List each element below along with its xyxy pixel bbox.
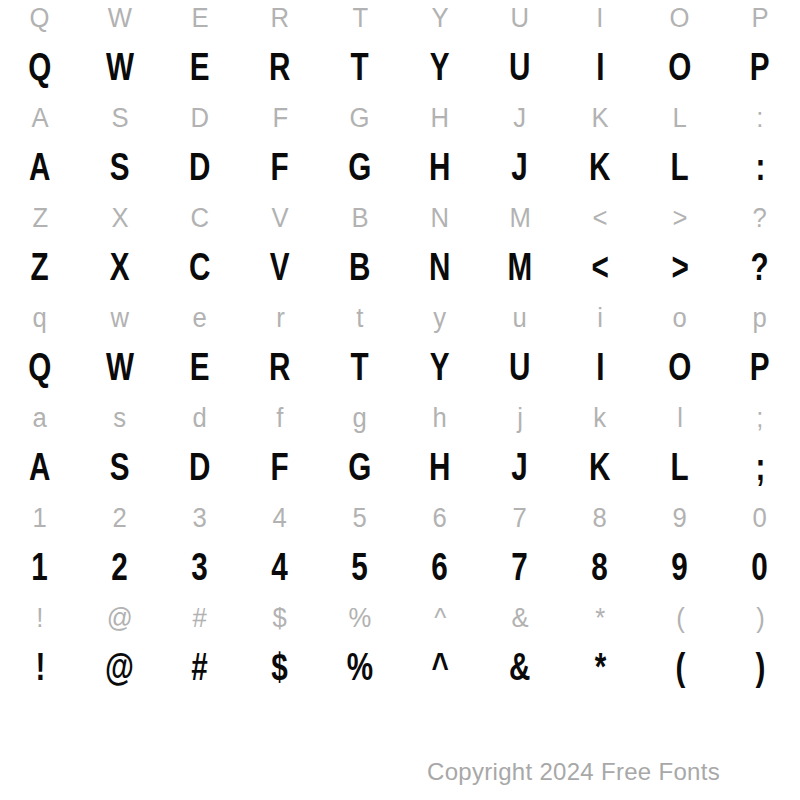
- glyph-cell: 0: [753, 503, 767, 534]
- glyph-row-13-reference: !@#$%^&*(): [0, 600, 800, 636]
- glyph-cell: P: [750, 46, 770, 89]
- glyph-cell: E: [190, 46, 210, 89]
- glyph-cell: ?: [751, 246, 769, 289]
- glyph-cell: M: [509, 203, 530, 234]
- glyph-cell: q: [33, 303, 47, 334]
- glyph-cell: ): [756, 603, 765, 634]
- glyph-cell: R: [269, 46, 290, 89]
- glyph-cell: *: [595, 603, 605, 634]
- glyph-cell: Z: [32, 203, 48, 234]
- glyph-cell: 6: [432, 546, 448, 589]
- glyph-cell: u: [513, 303, 527, 334]
- glyph-cell: h: [433, 403, 447, 434]
- glyph-cell: G: [348, 146, 371, 189]
- glyph-cell: W: [108, 3, 132, 34]
- glyph-cell: U: [511, 3, 530, 34]
- glyph-cell: 5: [353, 503, 367, 534]
- glyph-cell: >: [671, 246, 688, 289]
- glyph-cell: p: [753, 303, 767, 334]
- glyph-row-3-reference: ASDFGHJKL:: [0, 100, 800, 136]
- glyph-cell: $: [273, 603, 287, 634]
- glyph-cell: E: [191, 3, 208, 34]
- glyph-cell: e: [193, 303, 207, 334]
- glyph-cell: H: [429, 146, 450, 189]
- glyph-cell: S: [110, 446, 130, 489]
- glyph-cell: 1: [32, 546, 48, 589]
- glyph-cell: 4: [273, 503, 287, 534]
- glyph-cell: g: [353, 403, 367, 434]
- glyph-cell: t: [356, 303, 363, 334]
- glyph-cell: (: [675, 646, 685, 689]
- glyph-cell: J: [514, 103, 527, 134]
- glyph-cell: M: [508, 246, 533, 289]
- glyph-cell: s: [114, 403, 127, 434]
- glyph-cell: L: [671, 146, 689, 189]
- glyph-cell: Z: [31, 246, 49, 289]
- glyph-cell: S: [111, 103, 128, 134]
- glyph-cell: Q: [30, 3, 50, 34]
- glyph-cell: V: [271, 203, 288, 234]
- glyph-cell: B: [349, 246, 370, 289]
- glyph-cell: !: [36, 603, 43, 634]
- glyph-row-2-specimen: QWERTYUIOP: [0, 46, 800, 86]
- glyph-cell: w: [111, 303, 130, 334]
- glyph-cell: Y: [430, 46, 450, 89]
- glyph-cell: F: [272, 103, 288, 134]
- glyph-cell: N: [429, 246, 450, 289]
- glyph-row-6-specimen: ZXCVBNM<>?: [0, 246, 800, 286]
- glyph-cell: T: [351, 46, 369, 89]
- glyph-cell: 9: [672, 546, 688, 589]
- glyph-cell: D: [189, 446, 210, 489]
- glyph-cell: 3: [192, 546, 208, 589]
- glyph-cell: j: [517, 403, 523, 434]
- glyph-cell: O: [668, 346, 691, 389]
- glyph-row-8-specimen: QWERTYUIOP: [0, 346, 800, 386]
- glyph-row-10-specimen: ASDFGHJKL;: [0, 446, 800, 486]
- glyph-cell: G: [350, 103, 370, 134]
- glyph-cell: <: [591, 246, 608, 289]
- glyph-cell: F: [271, 146, 289, 189]
- glyph-row-14-specimen: !@#$%^&*(): [0, 646, 800, 686]
- glyph-cell: K: [589, 146, 610, 189]
- glyph-cell: D: [191, 103, 210, 134]
- glyph-cell: 2: [112, 546, 128, 589]
- glyph-cell: N: [431, 203, 450, 234]
- glyph-cell: R: [271, 3, 290, 34]
- glyph-cell: I: [596, 3, 603, 34]
- glyph-cell: #: [193, 603, 207, 634]
- glyph-cell: C: [191, 203, 210, 234]
- glyph-cell: S: [110, 146, 130, 189]
- glyph-cell: i: [597, 303, 603, 334]
- glyph-cell: 2: [113, 503, 127, 534]
- glyph-cell: 8: [592, 546, 608, 589]
- glyph-cell: @: [106, 646, 135, 689]
- glyph-cell: (: [676, 603, 685, 634]
- glyph-cell: %: [349, 603, 372, 634]
- glyph-cell: 7: [512, 546, 528, 589]
- glyph-cell: f: [276, 403, 283, 434]
- glyph-cell: %: [347, 646, 373, 689]
- glyph-cell: T: [351, 346, 369, 389]
- glyph-cell: Q: [28, 346, 51, 389]
- glyph-cell: K: [589, 446, 610, 489]
- glyph-cell: #: [192, 646, 208, 689]
- glyph-cell: r: [276, 303, 285, 334]
- copyright-text: Copyright 2024 Free Fonts: [427, 757, 720, 787]
- glyph-cell: A: [29, 146, 50, 189]
- glyph-cell: o: [673, 303, 687, 334]
- glyph-cell: L: [673, 103, 687, 134]
- glyph-row-5-reference: ZXCVBNM<>?: [0, 200, 800, 236]
- glyph-cell: I: [596, 46, 604, 89]
- glyph-cell: &: [509, 646, 530, 689]
- glyph-cell: >: [673, 203, 688, 234]
- glyph-cell: 7: [513, 503, 527, 534]
- glyph-cell: H: [431, 103, 450, 134]
- glyph-cell: J: [512, 146, 528, 189]
- glyph-cell: H: [429, 446, 450, 489]
- glyph-cell: Y: [431, 3, 448, 34]
- glyph-row-12-specimen: 1234567890: [0, 546, 800, 586]
- glyph-cell: R: [269, 346, 290, 389]
- glyph-row-9-reference: asdfghjkl;: [0, 400, 800, 436]
- glyph-cell: U: [509, 346, 530, 389]
- glyph-cell: W: [106, 346, 134, 389]
- glyph-cell: :: [756, 103, 763, 134]
- glyph-cell: ): [755, 646, 765, 689]
- glyph-cell: B: [351, 203, 368, 234]
- glyph-cell: ^: [434, 603, 446, 634]
- character-grid: QWERTYUIOPQWERTYUIOPASDFGHJKL:ASDFGHJKL:…: [0, 0, 800, 700]
- glyph-cell: 4: [272, 546, 288, 589]
- glyph-cell: :: [755, 146, 765, 189]
- glyph-cell: 6: [433, 503, 447, 534]
- glyph-cell: P: [751, 3, 768, 34]
- glyph-cell: F: [271, 446, 289, 489]
- glyph-cell: <: [593, 203, 608, 234]
- glyph-cell: 3: [193, 503, 207, 534]
- glyph-cell: k: [594, 403, 607, 434]
- glyph-cell: d: [193, 403, 207, 434]
- glyph-cell: X: [110, 246, 130, 289]
- glyph-cell: O: [668, 46, 691, 89]
- glyph-cell: Q: [28, 46, 51, 89]
- glyph-cell: G: [348, 446, 371, 489]
- glyph-cell: V: [270, 246, 290, 289]
- glyph-cell: P: [750, 346, 770, 389]
- glyph-cell: 8: [593, 503, 607, 534]
- glyph-cell: !: [35, 646, 45, 689]
- glyph-row-11-reference: 1234567890: [0, 500, 800, 536]
- glyph-cell: J: [512, 446, 528, 489]
- glyph-cell: &: [511, 603, 528, 634]
- glyph-cell: l: [677, 403, 683, 434]
- glyph-row-1-reference: QWERTYUIOP: [0, 0, 800, 36]
- glyph-cell: K: [591, 103, 608, 134]
- glyph-cell: L: [671, 446, 689, 489]
- glyph-row-4-specimen: ASDFGHJKL:: [0, 146, 800, 186]
- glyph-cell: 0: [752, 546, 768, 589]
- glyph-cell: 5: [352, 546, 368, 589]
- glyph-cell: E: [190, 346, 210, 389]
- glyph-cell: $: [272, 646, 288, 689]
- glyph-cell: 1: [33, 503, 47, 534]
- glyph-cell: ^: [431, 646, 448, 689]
- glyph-cell: C: [189, 246, 210, 289]
- glyph-cell: W: [106, 46, 134, 89]
- glyph-cell: T: [352, 3, 368, 34]
- glyph-cell: X: [111, 203, 128, 234]
- glyph-cell: a: [33, 403, 47, 434]
- glyph-cell: @: [107, 603, 133, 634]
- glyph-cell: 9: [673, 503, 687, 534]
- glyph-cell: O: [670, 3, 690, 34]
- glyph-cell: A: [29, 446, 50, 489]
- glyph-row-7-reference: qwertyuiop: [0, 300, 800, 336]
- glyph-cell: ;: [756, 403, 763, 434]
- glyph-cell: D: [189, 146, 210, 189]
- glyph-cell: I: [596, 346, 604, 389]
- glyph-cell: U: [509, 46, 530, 89]
- glyph-cell: ?: [753, 203, 767, 234]
- glyph-cell: *: [594, 646, 606, 689]
- glyph-cell: ;: [755, 446, 765, 489]
- glyph-cell: y: [434, 303, 447, 334]
- glyph-cell: A: [31, 103, 48, 134]
- glyph-cell: Y: [430, 346, 450, 389]
